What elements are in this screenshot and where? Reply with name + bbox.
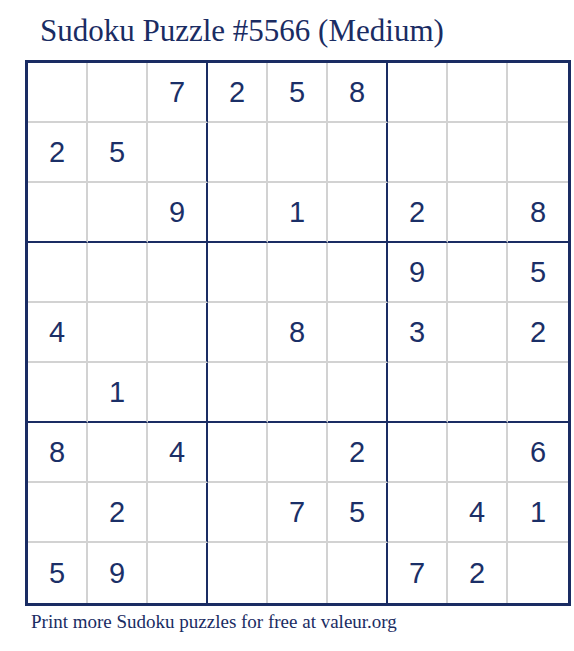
cell-r4c4 [208,243,268,303]
cell-r7c7 [388,423,448,483]
cell-r3c1 [28,183,88,243]
cell-r8c2: 2 [88,483,148,543]
cell-r9c2: 9 [88,543,148,603]
cell-r1c1 [28,63,88,123]
footer-note: Print more Sudoku puzzles for free at va… [31,611,397,633]
cell-r8c1 [28,483,88,543]
cell-r9c4 [208,543,268,603]
cell-r2c5 [268,123,328,183]
cell-r1c3: 7 [148,63,208,123]
cell-r2c9 [508,123,568,183]
cell-r1c6: 8 [328,63,388,123]
cell-r3c5: 1 [268,183,328,243]
cell-r8c5: 7 [268,483,328,543]
cell-r4c5 [268,243,328,303]
cell-r7c5 [268,423,328,483]
cell-r4c3 [148,243,208,303]
cell-r5c1: 4 [28,303,88,363]
cell-r5c7: 3 [388,303,448,363]
cell-r6c6 [328,363,388,423]
cell-r1c4: 2 [208,63,268,123]
cell-r3c4 [208,183,268,243]
cell-r8c3 [148,483,208,543]
cell-r5c9: 2 [508,303,568,363]
cell-r6c3 [148,363,208,423]
cell-r8c4 [208,483,268,543]
cell-r2c8 [448,123,508,183]
page-title: Sudoku Puzzle #5566 (Medium) [40,13,444,49]
cell-r3c3: 9 [148,183,208,243]
cell-r8c9: 1 [508,483,568,543]
cell-r7c6: 2 [328,423,388,483]
cell-r2c3 [148,123,208,183]
cell-r7c8 [448,423,508,483]
cell-r6c4 [208,363,268,423]
cell-r1c8 [448,63,508,123]
cell-r8c6: 5 [328,483,388,543]
cell-r7c3: 4 [148,423,208,483]
cell-r3c6 [328,183,388,243]
cell-r1c5: 5 [268,63,328,123]
cell-r6c1 [28,363,88,423]
cell-r6c9 [508,363,568,423]
cell-r8c7 [388,483,448,543]
cell-r4c2 [88,243,148,303]
cell-r6c7 [388,363,448,423]
cell-r9c6 [328,543,388,603]
cell-r3c9: 8 [508,183,568,243]
cell-r7c9: 6 [508,423,568,483]
cell-r6c8 [448,363,508,423]
cell-r3c8 [448,183,508,243]
cell-r5c3 [148,303,208,363]
cell-r9c1: 5 [28,543,88,603]
cell-r3c7: 2 [388,183,448,243]
cell-r4c6 [328,243,388,303]
cell-r1c9 [508,63,568,123]
cell-r7c2 [88,423,148,483]
cell-r9c3 [148,543,208,603]
cell-r3c2 [88,183,148,243]
cell-r9c7: 7 [388,543,448,603]
cell-r9c5 [268,543,328,603]
cell-r2c6 [328,123,388,183]
cell-r5c6 [328,303,388,363]
cell-r1c2 [88,63,148,123]
cell-r4c8 [448,243,508,303]
cell-r5c2 [88,303,148,363]
cell-r4c9: 5 [508,243,568,303]
cell-r4c1 [28,243,88,303]
cell-r7c4 [208,423,268,483]
cell-r7c1: 8 [28,423,88,483]
cell-r5c5: 8 [268,303,328,363]
cell-r2c4 [208,123,268,183]
cell-r6c2: 1 [88,363,148,423]
cell-r9c8: 2 [448,543,508,603]
cell-r8c8: 4 [448,483,508,543]
cell-r9c9 [508,543,568,603]
cell-r6c5 [268,363,328,423]
cell-r1c7 [388,63,448,123]
cell-r2c2: 5 [88,123,148,183]
cell-r4c7: 9 [388,243,448,303]
cell-r2c1: 2 [28,123,88,183]
cell-r2c7 [388,123,448,183]
cell-r5c4 [208,303,268,363]
sudoku-board: 725825912895483218426275415972 [25,60,571,606]
cell-r5c8 [448,303,508,363]
